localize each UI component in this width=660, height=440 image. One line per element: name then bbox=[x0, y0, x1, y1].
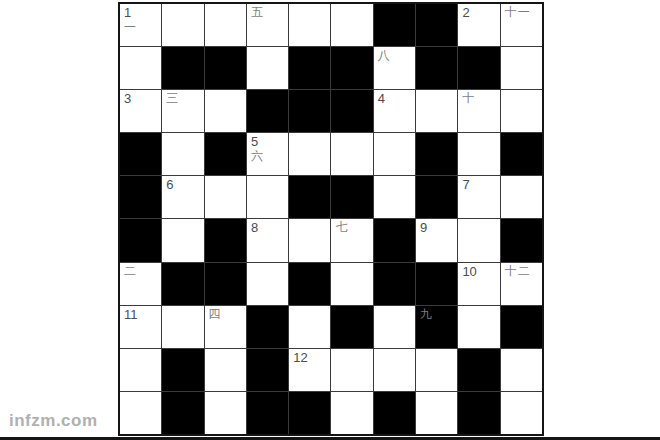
cell-r8c9[interactable] bbox=[458, 306, 499, 348]
block-cell-r1c8 bbox=[416, 4, 457, 46]
cell-r4c9[interactable] bbox=[458, 133, 499, 175]
block-cell-r3c4 bbox=[247, 90, 288, 132]
cell-r2c10[interactable] bbox=[501, 47, 542, 89]
block-cell-r2c2 bbox=[162, 47, 203, 89]
block-cell-r5c6 bbox=[331, 176, 372, 218]
clue-labels: 5六 bbox=[251, 134, 287, 164]
cell-r8c5[interactable] bbox=[289, 306, 330, 348]
cell-r7c9[interactable]: 10 bbox=[458, 263, 499, 305]
cell-r1c6[interactable] bbox=[331, 4, 372, 46]
down-clue-number: 六 bbox=[251, 149, 287, 164]
cell-r5c7[interactable] bbox=[374, 176, 415, 218]
cell-r6c9[interactable] bbox=[458, 219, 499, 261]
clue-labels: 七 bbox=[335, 220, 371, 235]
cell-r5c4[interactable] bbox=[247, 176, 288, 218]
across-clue-number: 9 bbox=[420, 220, 456, 235]
cell-r4c2[interactable] bbox=[162, 133, 203, 175]
across-clue-number: 12 bbox=[293, 350, 329, 365]
across-clue-number: 8 bbox=[251, 220, 287, 235]
cell-r6c8[interactable]: 9 bbox=[416, 219, 457, 261]
block-cell-r6c1 bbox=[120, 219, 161, 261]
clue-labels: 7 bbox=[462, 177, 498, 192]
cell-r3c3[interactable] bbox=[205, 90, 246, 132]
block-cell-r2c6 bbox=[331, 47, 372, 89]
cell-r1c5[interactable] bbox=[289, 4, 330, 46]
cell-r7c4[interactable] bbox=[247, 263, 288, 305]
across-clue-number: 2 bbox=[462, 5, 498, 20]
clue-labels: 11 bbox=[124, 307, 160, 322]
block-cell-r9c9 bbox=[458, 349, 499, 391]
cell-r6c2[interactable] bbox=[162, 219, 203, 261]
cell-r4c4[interactable]: 5六 bbox=[247, 133, 288, 175]
block-cell-r10c4 bbox=[247, 392, 288, 434]
cell-r6c6[interactable]: 七 bbox=[331, 219, 372, 261]
down-clue-number: 五 bbox=[251, 5, 287, 20]
across-clue-number: 11 bbox=[124, 307, 160, 322]
block-cell-r8c6 bbox=[331, 306, 372, 348]
down-clue-number: 四 bbox=[209, 307, 245, 322]
cell-r8c3[interactable]: 四 bbox=[205, 306, 246, 348]
block-cell-r9c2 bbox=[162, 349, 203, 391]
across-clue-number: 4 bbox=[378, 91, 414, 106]
cell-r3c7[interactable]: 4 bbox=[374, 90, 415, 132]
across-clue-number: 5 bbox=[251, 134, 287, 149]
cell-r9c8[interactable] bbox=[416, 349, 457, 391]
block-cell-r5c5 bbox=[289, 176, 330, 218]
cell-r3c9[interactable]: 十 bbox=[458, 90, 499, 132]
block-cell-r5c8 bbox=[416, 176, 457, 218]
cell-r10c8[interactable] bbox=[416, 392, 457, 434]
block-cell-r3c6 bbox=[331, 90, 372, 132]
clue-labels: 2 bbox=[462, 5, 498, 20]
cell-r1c3[interactable] bbox=[205, 4, 246, 46]
clue-labels: 五 bbox=[251, 5, 287, 20]
block-cell-r5c1 bbox=[120, 176, 161, 218]
cell-r7c1[interactable]: 二 bbox=[120, 263, 161, 305]
block-cell-r6c3 bbox=[205, 219, 246, 261]
cell-r2c7[interactable]: 八 bbox=[374, 47, 415, 89]
across-clue-number: 1 bbox=[124, 5, 160, 20]
cell-r8c1[interactable]: 11 bbox=[120, 306, 161, 348]
cell-r9c1[interactable] bbox=[120, 349, 161, 391]
cell-r3c8[interactable] bbox=[416, 90, 457, 132]
block-cell-r7c8 bbox=[416, 263, 457, 305]
cell-r7c6[interactable] bbox=[331, 263, 372, 305]
cell-r5c9[interactable]: 7 bbox=[458, 176, 499, 218]
cell-r10c10[interactable] bbox=[501, 392, 542, 434]
block-cell-r2c3 bbox=[205, 47, 246, 89]
cell-r10c3[interactable] bbox=[205, 392, 246, 434]
block-cell-r10c9 bbox=[458, 392, 499, 434]
down-clue-number: 十一 bbox=[505, 5, 541, 20]
clue-labels: 十二 bbox=[505, 264, 541, 279]
down-clue-number: 三 bbox=[166, 91, 202, 106]
cell-r8c2[interactable] bbox=[162, 306, 203, 348]
cell-r10c1[interactable] bbox=[120, 392, 161, 434]
block-cell-r4c10 bbox=[501, 133, 542, 175]
clue-labels: 八 bbox=[378, 48, 414, 63]
cell-r3c2[interactable]: 三 bbox=[162, 90, 203, 132]
down-clue-number: 八 bbox=[378, 48, 414, 63]
block-cell-r8c10 bbox=[501, 306, 542, 348]
cell-r9c3[interactable] bbox=[205, 349, 246, 391]
cell-r6c5[interactable] bbox=[289, 219, 330, 261]
block-cell-r10c5 bbox=[289, 392, 330, 434]
down-clue-number: 九 bbox=[420, 307, 456, 322]
clue-labels: 4 bbox=[378, 91, 414, 106]
cell-r9c5[interactable]: 12 bbox=[289, 349, 330, 391]
cell-r5c3[interactable] bbox=[205, 176, 246, 218]
cell-r2c4[interactable] bbox=[247, 47, 288, 89]
cell-r8c7[interactable] bbox=[374, 306, 415, 348]
block-cell-r10c7 bbox=[374, 392, 415, 434]
cell-r5c10[interactable] bbox=[501, 176, 542, 218]
cell-r9c7[interactable] bbox=[374, 349, 415, 391]
clue-labels: 三 bbox=[166, 91, 202, 106]
clue-labels: 四 bbox=[209, 307, 245, 322]
watermark: infzm.com bbox=[9, 411, 98, 431]
cell-r7c10[interactable]: 十二 bbox=[501, 263, 542, 305]
block-cell-r7c5 bbox=[289, 263, 330, 305]
across-clue-number: 10 bbox=[462, 264, 498, 279]
cell-r3c1[interactable]: 3 bbox=[120, 90, 161, 132]
block-cell-r4c8 bbox=[416, 133, 457, 175]
cell-r3c10[interactable] bbox=[501, 90, 542, 132]
block-cell-r1c7 bbox=[374, 4, 415, 46]
clue-labels: 二 bbox=[124, 264, 160, 279]
cell-r10c6[interactable] bbox=[331, 392, 372, 434]
cell-r5c2[interactable]: 6 bbox=[162, 176, 203, 218]
block-cell-r10c2 bbox=[162, 392, 203, 434]
cell-r1c1[interactable]: 1一 bbox=[120, 4, 161, 46]
clue-labels: 3 bbox=[124, 91, 160, 106]
across-clue-number: 7 bbox=[462, 177, 498, 192]
block-cell-r8c4 bbox=[247, 306, 288, 348]
cell-r2c1[interactable] bbox=[120, 47, 161, 89]
clue-labels: 6 bbox=[166, 177, 202, 192]
cell-r9c6[interactable] bbox=[331, 349, 372, 391]
block-cell-r9c4 bbox=[247, 349, 288, 391]
cell-r4c7[interactable] bbox=[374, 133, 415, 175]
block-cell-r7c3 bbox=[205, 263, 246, 305]
cell-r1c9[interactable]: 2 bbox=[458, 4, 499, 46]
block-cell-r7c2 bbox=[162, 263, 203, 305]
clue-labels: 8 bbox=[251, 220, 287, 235]
down-clue-number: 十 bbox=[462, 91, 498, 106]
block-cell-r6c7 bbox=[374, 219, 415, 261]
cell-r4c5[interactable] bbox=[289, 133, 330, 175]
clue-labels: 九 bbox=[420, 307, 456, 322]
cell-r1c2[interactable] bbox=[162, 4, 203, 46]
block-cell-r2c9 bbox=[458, 47, 499, 89]
down-clue-number: 二 bbox=[124, 264, 160, 279]
block-cell-r3c5 bbox=[289, 90, 330, 132]
clue-labels: 9 bbox=[420, 220, 456, 235]
cell-r9c10[interactable] bbox=[501, 349, 542, 391]
down-clue-number: 一 bbox=[124, 20, 160, 35]
clue-labels: 10 bbox=[462, 264, 498, 279]
block-cell-r2c5 bbox=[289, 47, 330, 89]
block-cell-r6c10 bbox=[501, 219, 542, 261]
cell-r4c6[interactable] bbox=[331, 133, 372, 175]
down-clue-number: 十二 bbox=[505, 264, 541, 279]
across-clue-number: 3 bbox=[124, 91, 160, 106]
block-cell-r4c1 bbox=[120, 133, 161, 175]
clue-labels: 1一 bbox=[124, 5, 160, 35]
clue-labels: 十一 bbox=[505, 5, 541, 20]
crossword-board: 1一五2十一八3三4十5六678七9二10十二11四九12 bbox=[118, 2, 544, 436]
clue-labels: 12 bbox=[293, 350, 329, 365]
block-cell-r7c7 bbox=[374, 263, 415, 305]
block-cell-r4c3 bbox=[205, 133, 246, 175]
cell-r6c4[interactable]: 8 bbox=[247, 219, 288, 261]
across-clue-number: 6 bbox=[166, 177, 202, 192]
clue-labels: 十 bbox=[462, 91, 498, 106]
block-cell-r2c8 bbox=[416, 47, 457, 89]
block-cell-r8c8: 九 bbox=[416, 306, 457, 348]
cell-r1c10[interactable]: 十一 bbox=[501, 4, 542, 46]
down-clue-number: 七 bbox=[335, 220, 371, 235]
cell-r1c4[interactable]: 五 bbox=[247, 4, 288, 46]
